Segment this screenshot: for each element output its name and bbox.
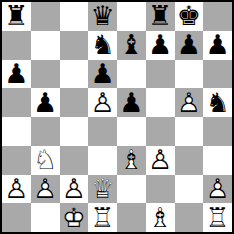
square-f8[interactable]: ♜ (146, 2, 175, 31)
square-a4[interactable] (2, 117, 31, 146)
white-rook: ♜♖ (88, 203, 117, 232)
square-e6[interactable] (117, 60, 146, 89)
square-b2[interactable]: ♟♙ (31, 175, 60, 204)
square-c1[interactable]: ♚♔ (60, 203, 89, 232)
white-bishop: ♝♗ (146, 203, 175, 232)
square-f6[interactable] (146, 60, 175, 89)
black-rook: ♜ (2, 2, 31, 31)
black-rook: ♜ (146, 2, 175, 31)
white-pawn: ♟♙ (146, 146, 175, 175)
square-a7[interactable] (2, 31, 31, 60)
black-pawn: ♟ (31, 88, 60, 117)
square-e1[interactable] (117, 203, 146, 232)
square-h7[interactable]: ♟ (203, 31, 232, 60)
square-b6[interactable] (31, 60, 60, 89)
square-a5[interactable] (2, 88, 31, 117)
square-g8[interactable]: ♚ (175, 2, 204, 31)
square-a1[interactable] (2, 203, 31, 232)
square-d6[interactable]: ♟ (88, 60, 117, 89)
square-c3[interactable] (60, 146, 89, 175)
square-g4[interactable] (175, 117, 204, 146)
chess-diagram: ♜♛♜♚♞♝♟♟♟♟♟♟♟♙♟♟♙♞♞♘♝♗♟♙♟♙♟♙♟♙♛♕♟♙♚♔♜♖♝♗… (0, 0, 234, 234)
square-c6[interactable] (60, 60, 89, 89)
black-king: ♚ (175, 2, 204, 31)
square-b4[interactable] (31, 117, 60, 146)
chess-board: ♜♛♜♚♞♝♟♟♟♟♟♟♟♙♟♟♙♞♞♘♝♗♟♙♟♙♟♙♟♙♛♕♟♙♚♔♜♖♝♗… (0, 0, 234, 234)
square-b3[interactable]: ♞♘ (31, 146, 60, 175)
black-pawn: ♟ (2, 60, 31, 89)
square-e4[interactable] (117, 117, 146, 146)
square-h5[interactable]: ♞ (203, 88, 232, 117)
square-d4[interactable] (88, 117, 117, 146)
square-f5[interactable] (146, 88, 175, 117)
square-h6[interactable] (203, 60, 232, 89)
square-f4[interactable] (146, 117, 175, 146)
square-c2[interactable]: ♟♙ (60, 175, 89, 204)
square-b7[interactable] (31, 31, 60, 60)
white-knight: ♞♘ (31, 146, 60, 175)
black-queen: ♛ (88, 2, 117, 31)
square-g5[interactable]: ♟♙ (175, 88, 204, 117)
square-e8[interactable] (117, 2, 146, 31)
white-pawn: ♟♙ (2, 175, 31, 204)
square-d7[interactable]: ♞ (88, 31, 117, 60)
square-g3[interactable] (175, 146, 204, 175)
white-pawn: ♟♙ (175, 88, 204, 117)
black-pawn: ♟ (117, 88, 146, 117)
square-h2[interactable]: ♟♙ (203, 175, 232, 204)
white-pawn: ♟♙ (31, 175, 60, 204)
square-f7[interactable]: ♟ (146, 31, 175, 60)
square-g2[interactable] (175, 175, 204, 204)
square-e5[interactable]: ♟ (117, 88, 146, 117)
square-c5[interactable] (60, 88, 89, 117)
square-f2[interactable] (146, 175, 175, 204)
square-b1[interactable] (31, 203, 60, 232)
white-pawn: ♟♙ (88, 88, 117, 117)
square-e2[interactable] (117, 175, 146, 204)
square-a3[interactable] (2, 146, 31, 175)
square-h8[interactable] (203, 2, 232, 31)
square-b5[interactable]: ♟ (31, 88, 60, 117)
square-e7[interactable]: ♝ (117, 31, 146, 60)
black-pawn: ♟ (88, 60, 117, 89)
square-f3[interactable]: ♟♙ (146, 146, 175, 175)
white-pawn: ♟♙ (60, 175, 89, 204)
black-pawn: ♟ (146, 31, 175, 60)
square-c8[interactable] (60, 2, 89, 31)
square-c4[interactable] (60, 117, 89, 146)
square-a2[interactable]: ♟♙ (2, 175, 31, 204)
square-e3[interactable]: ♝♗ (117, 146, 146, 175)
white-king: ♚♔ (60, 203, 89, 232)
black-pawn: ♟ (203, 31, 232, 60)
white-rook: ♜♖ (203, 203, 232, 232)
square-d1[interactable]: ♜♖ (88, 203, 117, 232)
square-a8[interactable]: ♜ (2, 2, 31, 31)
square-c7[interactable] (60, 31, 89, 60)
square-h3[interactable] (203, 146, 232, 175)
white-bishop: ♝♗ (117, 146, 146, 175)
square-d2[interactable]: ♛♕ (88, 175, 117, 204)
square-g6[interactable] (175, 60, 204, 89)
black-knight: ♞ (203, 88, 232, 117)
white-pawn: ♟♙ (203, 175, 232, 204)
square-d3[interactable] (88, 146, 117, 175)
square-g1[interactable] (175, 203, 204, 232)
square-h4[interactable] (203, 117, 232, 146)
square-h1[interactable]: ♜♖ (203, 203, 232, 232)
black-knight: ♞ (88, 31, 117, 60)
square-a6[interactable]: ♟ (2, 60, 31, 89)
square-f1[interactable]: ♝♗ (146, 203, 175, 232)
square-g7[interactable]: ♟ (175, 31, 204, 60)
white-queen: ♛♕ (88, 175, 117, 204)
black-pawn: ♟ (175, 31, 204, 60)
square-b8[interactable] (31, 2, 60, 31)
square-d8[interactable]: ♛ (88, 2, 117, 31)
square-d5[interactable]: ♟♙ (88, 88, 117, 117)
black-bishop: ♝ (117, 31, 146, 60)
